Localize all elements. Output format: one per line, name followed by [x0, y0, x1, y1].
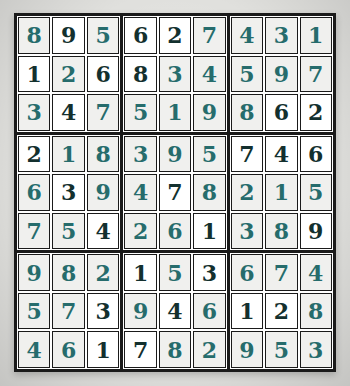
box-6: 746215389 — [230, 135, 333, 251]
cell-r3c1[interactable]: 3 — [18, 94, 50, 131]
box-9: 674128953 — [230, 253, 333, 369]
cell-r9c6[interactable]: 2 — [193, 331, 225, 368]
cell-r3c3[interactable]: 7 — [87, 94, 119, 131]
cell-r7c7[interactable]: 6 — [231, 254, 263, 291]
cell-r1c8[interactable]: 3 — [265, 17, 297, 54]
cell-r8c4[interactable]: 9 — [124, 293, 156, 330]
cell-r1c9[interactable]: 1 — [300, 17, 332, 54]
page-background: { "game": "sudoku", "board": { "rows": 9… — [0, 0, 350, 386]
box-1: 895126347 — [17, 16, 120, 132]
cell-r4c6[interactable]: 5 — [193, 136, 225, 173]
cell-r2c5[interactable]: 3 — [159, 56, 191, 93]
box-3: 431597862 — [230, 16, 333, 132]
cell-r9c4[interactable]: 7 — [124, 331, 156, 368]
cell-r4c3[interactable]: 8 — [87, 136, 119, 173]
box-5: 395478261 — [123, 135, 226, 251]
cell-r3c7[interactable]: 8 — [231, 94, 263, 131]
cell-r9c5[interactable]: 8 — [159, 331, 191, 368]
cell-r8c1[interactable]: 5 — [18, 293, 50, 330]
cell-r2c2[interactable]: 2 — [52, 56, 84, 93]
cell-r8c8[interactable]: 2 — [265, 293, 297, 330]
cell-r7c5[interactable]: 5 — [159, 254, 191, 291]
cell-r1c4[interactable]: 6 — [124, 17, 156, 54]
cell-r7c3[interactable]: 2 — [87, 254, 119, 291]
cell-r3c4[interactable]: 5 — [124, 94, 156, 131]
cell-r1c2[interactable]: 9 — [52, 17, 84, 54]
cell-r6c7[interactable]: 3 — [231, 213, 263, 250]
cell-r6c5[interactable]: 6 — [159, 213, 191, 250]
cell-r8c5[interactable]: 4 — [159, 293, 191, 330]
cell-r4c1[interactable]: 2 — [18, 136, 50, 173]
cell-r7c8[interactable]: 7 — [265, 254, 297, 291]
cell-r4c9[interactable]: 6 — [300, 136, 332, 173]
cell-r2c1[interactable]: 1 — [18, 56, 50, 93]
cell-r6c2[interactable]: 5 — [52, 213, 84, 250]
cell-r2c7[interactable]: 5 — [231, 56, 263, 93]
cell-r4c5[interactable]: 9 — [159, 136, 191, 173]
cell-r5c3[interactable]: 9 — [87, 174, 119, 211]
cell-r3c8[interactable]: 6 — [265, 94, 297, 131]
cell-r5c2[interactable]: 3 — [52, 174, 84, 211]
cell-r5c6[interactable]: 8 — [193, 174, 225, 211]
cell-r3c2[interactable]: 4 — [52, 94, 84, 131]
cell-r3c9[interactable]: 2 — [300, 94, 332, 131]
cell-r1c7[interactable]: 4 — [231, 17, 263, 54]
cell-r9c9[interactable]: 3 — [300, 331, 332, 368]
box-7: 982573461 — [17, 253, 120, 369]
cell-r8c3[interactable]: 3 — [87, 293, 119, 330]
cell-r5c4[interactable]: 4 — [124, 174, 156, 211]
cell-r8c2[interactable]: 7 — [52, 293, 84, 330]
cell-r5c5[interactable]: 7 — [159, 174, 191, 211]
cell-r1c3[interactable]: 5 — [87, 17, 119, 54]
cell-r7c4[interactable]: 1 — [124, 254, 156, 291]
cell-r7c1[interactable]: 9 — [18, 254, 50, 291]
cell-r8c6[interactable]: 6 — [193, 293, 225, 330]
cell-r5c9[interactable]: 5 — [300, 174, 332, 211]
cell-r6c9[interactable]: 9 — [300, 213, 332, 250]
cell-r7c2[interactable]: 8 — [52, 254, 84, 291]
cell-r9c3[interactable]: 1 — [87, 331, 119, 368]
sudoku-board: 8951263476278345194315978622186397543954… — [14, 13, 336, 372]
cell-r4c2[interactable]: 1 — [52, 136, 84, 173]
cell-r4c8[interactable]: 4 — [265, 136, 297, 173]
cell-r5c1[interactable]: 6 — [18, 174, 50, 211]
cell-r9c2[interactable]: 6 — [52, 331, 84, 368]
cell-r5c8[interactable]: 1 — [265, 174, 297, 211]
cell-r6c6[interactable]: 1 — [193, 213, 225, 250]
cell-r1c6[interactable]: 7 — [193, 17, 225, 54]
cell-r6c4[interactable]: 2 — [124, 213, 156, 250]
cell-r1c1[interactable]: 8 — [18, 17, 50, 54]
cell-r6c1[interactable]: 7 — [18, 213, 50, 250]
cell-r3c5[interactable]: 1 — [159, 94, 191, 131]
cell-r9c8[interactable]: 5 — [265, 331, 297, 368]
cell-r8c9[interactable]: 8 — [300, 293, 332, 330]
cell-r9c7[interactable]: 9 — [231, 331, 263, 368]
cell-r2c4[interactable]: 8 — [124, 56, 156, 93]
box-4: 218639754 — [17, 135, 120, 251]
cell-r3c6[interactable]: 9 — [193, 94, 225, 131]
cell-r8c7[interactable]: 1 — [231, 293, 263, 330]
cell-r2c3[interactable]: 6 — [87, 56, 119, 93]
box-8: 153946782 — [123, 253, 226, 369]
cell-r4c4[interactable]: 3 — [124, 136, 156, 173]
cell-r6c8[interactable]: 8 — [265, 213, 297, 250]
cell-r1c5[interactable]: 2 — [159, 17, 191, 54]
cell-r2c6[interactable]: 4 — [193, 56, 225, 93]
cell-r2c8[interactable]: 9 — [265, 56, 297, 93]
cell-r7c9[interactable]: 4 — [300, 254, 332, 291]
cell-r4c7[interactable]: 7 — [231, 136, 263, 173]
box-2: 627834519 — [123, 16, 226, 132]
cell-r2c9[interactable]: 7 — [300, 56, 332, 93]
cell-r7c6[interactable]: 3 — [193, 254, 225, 291]
cell-r9c1[interactable]: 4 — [18, 331, 50, 368]
cell-r6c3[interactable]: 4 — [87, 213, 119, 250]
cell-r5c7[interactable]: 2 — [231, 174, 263, 211]
